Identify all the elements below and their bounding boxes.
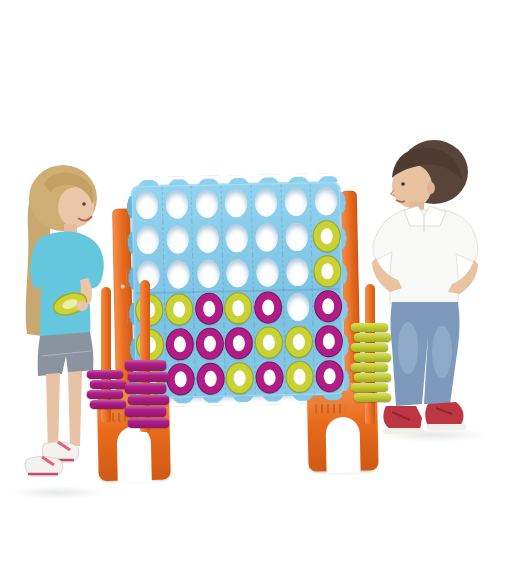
cell-r4c5[interactable] (253, 289, 283, 325)
yellow-disc (166, 294, 193, 325)
magenta-stacked-disc (128, 418, 170, 429)
girl-legs (46, 371, 82, 452)
cell-r4c4[interactable] (223, 290, 253, 326)
hole (136, 190, 159, 218)
yellow-disc (256, 327, 283, 358)
hole (287, 292, 310, 320)
cell-r3c4[interactable] (222, 255, 252, 291)
cell-r6c5[interactable] (254, 359, 284, 395)
cell-r5c4[interactable] (224, 325, 254, 361)
cell-r6c7[interactable] (314, 358, 344, 394)
cell-r3c6[interactable] (282, 254, 312, 290)
hole (166, 225, 189, 253)
cell-r3c7[interactable] (311, 253, 341, 289)
cell-r2c4[interactable] (221, 220, 251, 256)
hole (286, 257, 309, 285)
cell-r6c3[interactable] (195, 360, 225, 396)
cell-r6c4[interactable] (224, 360, 254, 396)
magenta-disc (255, 292, 282, 323)
scene (0, 0, 510, 567)
hole (314, 187, 337, 215)
hole (136, 225, 159, 253)
hole (167, 260, 190, 288)
girl-shoes (25, 442, 79, 476)
boy-sneakers (383, 402, 466, 434)
cell-r2c5[interactable] (251, 219, 281, 255)
hole (197, 259, 220, 287)
magenta-disc (257, 362, 284, 393)
cell-r5c6[interactable] (283, 324, 313, 360)
hole (225, 188, 248, 216)
magenta-disc (316, 360, 343, 391)
cell-r1c4[interactable] (221, 185, 251, 221)
boy-figure (362, 136, 502, 452)
cell-r3c3[interactable] (192, 255, 222, 291)
cell-r6c2[interactable] (165, 361, 195, 397)
hole (195, 189, 218, 217)
magenta-stacked-disc (125, 360, 167, 371)
yellow-disc (313, 221, 340, 252)
cell-r5c7[interactable] (313, 323, 343, 359)
hole (196, 224, 219, 252)
cell-r1c7[interactable] (310, 183, 340, 219)
hole (166, 190, 189, 218)
cell-r5c5[interactable] (253, 324, 283, 360)
yellow-disc (225, 292, 252, 323)
yellow-disc (314, 256, 341, 287)
cell-r1c6[interactable] (280, 184, 310, 220)
magenta-disc (196, 293, 223, 324)
magenta-disc (167, 329, 194, 360)
magenta-stacked-disc (128, 395, 170, 406)
hole (256, 258, 279, 286)
hole (256, 223, 279, 251)
magenta-stacked-disc (125, 383, 167, 394)
yellow-disc (227, 362, 254, 393)
yellow-disc (285, 326, 312, 357)
cell-r2c2[interactable] (162, 221, 192, 257)
cell-r2c6[interactable] (281, 219, 311, 255)
cell-r2c7[interactable] (311, 218, 341, 254)
cell-r5c3[interactable] (194, 325, 224, 361)
girl-figure (0, 160, 118, 496)
magenta-stacked-disc (125, 406, 167, 417)
girl-shorts (38, 332, 94, 376)
magenta-disc (197, 363, 224, 394)
cell-r1c5[interactable] (250, 184, 280, 220)
magenta-disc-stack-b[interactable] (126, 360, 168, 428)
hole (285, 187, 308, 215)
boy-jeans (391, 302, 460, 406)
magenta-stacked-disc (128, 372, 170, 383)
cell-r6c6[interactable] (284, 359, 314, 395)
cell-r3c5[interactable] (252, 254, 282, 290)
cell-r1c3[interactable] (191, 185, 221, 221)
magenta-disc (315, 325, 342, 356)
girl-hand (76, 301, 88, 311)
magenta-disc (167, 364, 194, 395)
hole (285, 222, 308, 250)
magenta-disc (314, 290, 341, 321)
cell-r2c1[interactable] (132, 222, 162, 258)
cell-r3c2[interactable] (163, 256, 193, 292)
cell-r4c7[interactable] (312, 288, 342, 324)
cell-r4c2[interactable] (164, 291, 194, 327)
hole (226, 223, 249, 251)
cell-r1c2[interactable] (161, 186, 191, 222)
cell-r4c3[interactable] (193, 290, 223, 326)
cell-r2c3[interactable] (192, 220, 222, 256)
post-screw (121, 285, 125, 289)
hole (227, 258, 250, 286)
cell-r1c1[interactable] (132, 187, 162, 223)
magenta-disc (196, 328, 223, 359)
hole (255, 188, 278, 216)
cell-r5c2[interactable] (164, 326, 194, 362)
yellow-disc (286, 361, 313, 392)
magenta-disc (226, 327, 253, 358)
girl-shirt (30, 232, 104, 339)
cell-r4c6[interactable] (282, 289, 312, 325)
